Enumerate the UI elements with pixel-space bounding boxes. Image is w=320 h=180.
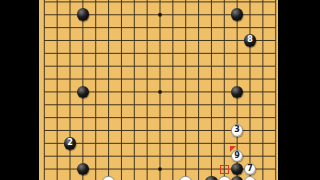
black-stone: 8: [244, 34, 257, 47]
letterbox-frame: 83297: [0, 0, 320, 180]
triangle-marker: [230, 146, 236, 152]
move-number: 2: [67, 139, 73, 147]
move-number: 9: [234, 152, 240, 160]
move-number: 7: [247, 165, 253, 173]
black-stone: [77, 8, 90, 21]
hoshi-point: [158, 90, 162, 94]
hoshi-point: [158, 167, 162, 171]
white-stone: 3: [231, 124, 244, 137]
go-board[interactable]: 83297: [39, 0, 278, 180]
square-marker: [220, 165, 229, 174]
black-stone: 2: [64, 137, 77, 150]
move-number: 8: [247, 36, 253, 44]
hoshi-point: [158, 13, 162, 17]
move-number: 3: [234, 126, 240, 134]
